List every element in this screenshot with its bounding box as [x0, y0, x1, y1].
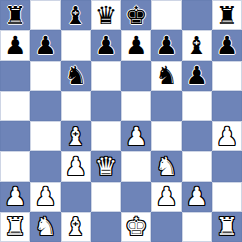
square-h7[interactable]: ♟ [212, 30, 242, 60]
square-f1[interactable] [151, 212, 181, 242]
piece-black-pawn[interactable]: ♟ [125, 33, 147, 58]
piece-white-knight[interactable]: ♞ [155, 154, 177, 179]
square-e7[interactable]: ♟ [121, 30, 151, 60]
square-d6[interactable] [91, 61, 121, 91]
square-h4[interactable]: ♟ [212, 121, 242, 151]
piece-white-pawn[interactable]: ♟ [4, 184, 26, 209]
square-a5[interactable] [0, 91, 30, 121]
piece-white-rook[interactable]: ♜ [4, 214, 26, 239]
square-e6[interactable] [121, 61, 151, 91]
piece-black-bishop[interactable]: ♝ [185, 33, 207, 58]
piece-black-pawn[interactable]: ♟ [185, 63, 207, 88]
chess-board-container: ♜♝♛♚♜♟♟♟♟♟♝♟♞♞♟♝♟♟♟♛♞♟♟♟♟♜♞♝♚♜ [0, 0, 242, 242]
piece-white-pawn[interactable]: ♟ [216, 124, 238, 149]
piece-white-pawn[interactable]: ♟ [64, 154, 86, 179]
square-b1[interactable]: ♞ [30, 212, 60, 242]
square-g7[interactable]: ♝ [182, 30, 212, 60]
square-h8[interactable]: ♜ [212, 0, 242, 30]
piece-white-bishop[interactable]: ♝ [64, 214, 86, 239]
square-h1[interactable]: ♜ [212, 212, 242, 242]
square-b8[interactable] [30, 0, 60, 30]
piece-white-pawn[interactable]: ♟ [155, 184, 177, 209]
square-d4[interactable] [91, 121, 121, 151]
square-f3[interactable]: ♞ [151, 151, 181, 181]
square-a6[interactable] [0, 61, 30, 91]
square-e3[interactable] [121, 151, 151, 181]
square-b7[interactable]: ♟ [30, 30, 60, 60]
piece-white-queen[interactable]: ♛ [95, 154, 117, 179]
square-g1[interactable] [182, 212, 212, 242]
piece-white-pawn[interactable]: ♟ [185, 184, 207, 209]
square-c5[interactable] [61, 91, 91, 121]
square-h5[interactable] [212, 91, 242, 121]
square-f5[interactable] [151, 91, 181, 121]
piece-white-king[interactable]: ♚ [125, 214, 147, 239]
piece-white-pawn[interactable]: ♟ [125, 124, 147, 149]
piece-black-queen[interactable]: ♛ [95, 3, 117, 28]
square-g5[interactable] [182, 91, 212, 121]
square-b4[interactable] [30, 121, 60, 151]
piece-white-bishop[interactable]: ♝ [64, 124, 86, 149]
square-g3[interactable] [182, 151, 212, 181]
square-b3[interactable] [30, 151, 60, 181]
square-d3[interactable]: ♛ [91, 151, 121, 181]
piece-black-pawn[interactable]: ♟ [155, 33, 177, 58]
square-g2[interactable]: ♟ [182, 182, 212, 212]
square-e4[interactable]: ♟ [121, 121, 151, 151]
square-c1[interactable]: ♝ [61, 212, 91, 242]
square-a3[interactable] [0, 151, 30, 181]
square-d1[interactable] [91, 212, 121, 242]
square-c4[interactable]: ♝ [61, 121, 91, 151]
piece-black-king[interactable]: ♚ [125, 3, 147, 28]
piece-black-pawn[interactable]: ♟ [4, 33, 26, 58]
square-c6[interactable]: ♞ [61, 61, 91, 91]
square-c8[interactable]: ♝ [61, 0, 91, 30]
square-h3[interactable] [212, 151, 242, 181]
chess-board: ♜♝♛♚♜♟♟♟♟♟♝♟♞♞♟♝♟♟♟♛♞♟♟♟♟♜♞♝♚♜ [0, 0, 242, 242]
square-b2[interactable]: ♟ [30, 182, 60, 212]
piece-black-pawn[interactable]: ♟ [34, 33, 56, 58]
square-d5[interactable] [91, 91, 121, 121]
square-f7[interactable]: ♟ [151, 30, 181, 60]
square-b6[interactable] [30, 61, 60, 91]
piece-black-rook[interactable]: ♜ [216, 3, 238, 28]
piece-white-rook[interactable]: ♜ [216, 214, 238, 239]
square-d7[interactable]: ♟ [91, 30, 121, 60]
piece-black-knight[interactable]: ♞ [155, 63, 177, 88]
piece-white-pawn[interactable]: ♟ [34, 184, 56, 209]
square-a1[interactable]: ♜ [0, 212, 30, 242]
square-f2[interactable]: ♟ [151, 182, 181, 212]
square-g8[interactable] [182, 0, 212, 30]
square-g4[interactable] [182, 121, 212, 151]
piece-black-pawn[interactable]: ♟ [216, 33, 238, 58]
square-b5[interactable] [30, 91, 60, 121]
square-g6[interactable]: ♟ [182, 61, 212, 91]
square-a4[interactable] [0, 121, 30, 151]
square-f6[interactable]: ♞ [151, 61, 181, 91]
square-c3[interactable]: ♟ [61, 151, 91, 181]
piece-black-knight[interactable]: ♞ [64, 63, 86, 88]
square-e8[interactable]: ♚ [121, 0, 151, 30]
piece-white-knight[interactable]: ♞ [34, 214, 56, 239]
square-h2[interactable] [212, 182, 242, 212]
square-a2[interactable]: ♟ [0, 182, 30, 212]
square-c7[interactable] [61, 30, 91, 60]
piece-black-pawn[interactable]: ♟ [95, 33, 117, 58]
square-a8[interactable]: ♜ [0, 0, 30, 30]
square-e2[interactable] [121, 182, 151, 212]
square-h6[interactable] [212, 61, 242, 91]
square-a7[interactable]: ♟ [0, 30, 30, 60]
square-d2[interactable] [91, 182, 121, 212]
piece-black-bishop[interactable]: ♝ [64, 3, 86, 28]
piece-black-rook[interactable]: ♜ [4, 3, 26, 28]
square-f8[interactable] [151, 0, 181, 30]
square-d8[interactable]: ♛ [91, 0, 121, 30]
square-f4[interactable] [151, 121, 181, 151]
square-e1[interactable]: ♚ [121, 212, 151, 242]
square-e5[interactable] [121, 91, 151, 121]
square-c2[interactable] [61, 182, 91, 212]
